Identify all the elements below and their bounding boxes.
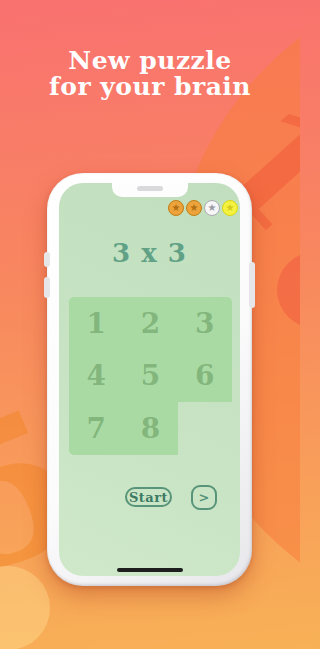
tile-5[interactable]: 5 (123, 350, 177, 403)
tile-8[interactable]: 8 (123, 402, 177, 455)
tile-7[interactable]: 7 (69, 402, 123, 455)
start-button[interactable]: Start (125, 487, 172, 507)
puzzle-grid: 1 2 3 4 5 6 7 8 (69, 297, 232, 455)
tile-4[interactable]: 4 (69, 350, 123, 403)
tile-2[interactable]: 2 (123, 297, 177, 350)
star-badge-gold-2: ★ (186, 200, 202, 216)
empty-cell (178, 402, 232, 455)
next-button[interactable]: > (191, 485, 217, 510)
star-badge-gold-1: ★ (168, 200, 184, 216)
decorative-circle (277, 252, 300, 328)
star-badges: ★ ★ ★ ★ (168, 200, 238, 216)
tile-1[interactable]: 1 (69, 297, 123, 350)
star-badge-silver: ★ (204, 200, 220, 216)
headline-line-2: for your brain (0, 74, 300, 100)
tile-6[interactable]: 6 (178, 350, 232, 403)
headline-line-1: New puzzle (0, 48, 300, 74)
game-screen: ★ ★ ★ ★ 3 x 3 1 2 3 4 5 6 7 8 Start > (59, 183, 240, 576)
board-size-title: 3 x 3 (59, 238, 240, 268)
power-button (249, 262, 255, 308)
decorative-glow-circle (0, 566, 50, 649)
speaker-slot (137, 186, 163, 191)
home-indicator[interactable] (117, 568, 183, 572)
promo-headline: New puzzle for your brain (0, 48, 300, 100)
phone-notch (112, 183, 188, 197)
star-badge-yellow: ★ (222, 200, 238, 216)
iphone-mockup: ★ ★ ★ ★ 3 x 3 1 2 3 4 5 6 7 8 Start > (47, 173, 252, 586)
volume-down-button (44, 277, 50, 298)
tile-3[interactable]: 3 (178, 297, 232, 350)
volume-up-button (44, 252, 50, 267)
